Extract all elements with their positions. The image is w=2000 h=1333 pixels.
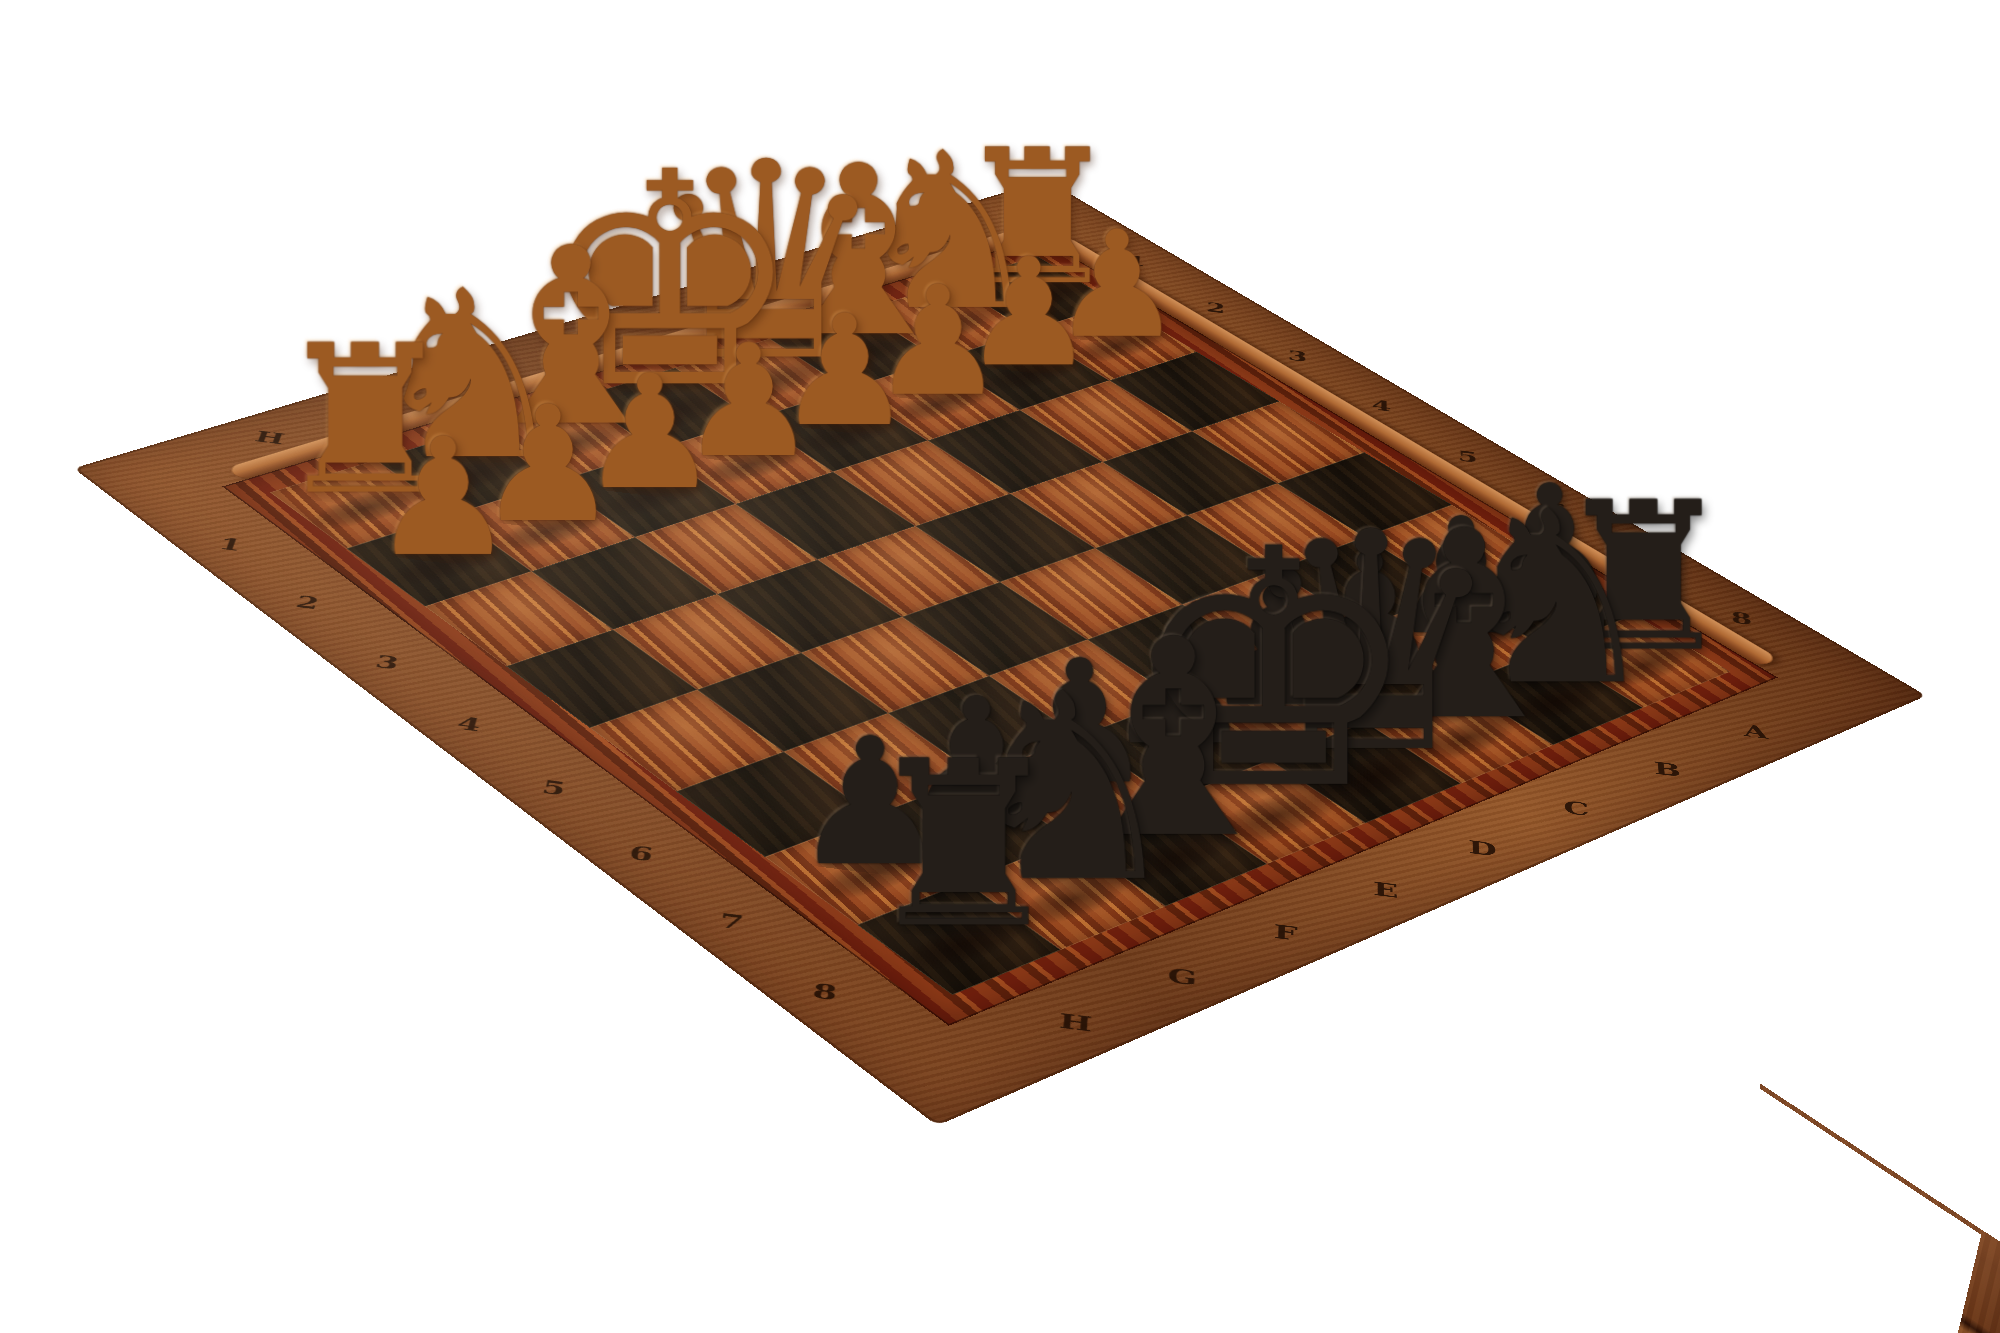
file-label-near-A: A	[1742, 721, 1770, 743]
square-e4[interactable]	[818, 526, 1000, 617]
rank-label-near-3: 3	[373, 651, 402, 673]
rank-label-near-8: 8	[811, 979, 840, 1005]
rank-label-near-1: 1	[216, 534, 245, 555]
rank-label-far-2: 2	[1206, 299, 1227, 316]
file-label-near-C: C	[1563, 797, 1591, 820]
file-label-near-E: E	[1373, 878, 1400, 902]
file-label-near-H: H	[1058, 1009, 1094, 1036]
white-pawn-icon: ♟	[370, 421, 516, 575]
rank-label-far-3: 3	[1288, 347, 1309, 365]
file-label-near-B: B	[1653, 758, 1683, 781]
chess-photo-canvas: ♜♞♝♚♛♝♞♜♟♟♟♟♟♟♟♟♟♟♟♟♟♟♟♟♜♞♝♚♛♝♞♜ HHGGFFE…	[0, 0, 2000, 1333]
rank-label-near-5: 5	[540, 776, 569, 800]
file-label-near-D: D	[1468, 836, 1498, 860]
file-label-near-G: G	[1167, 964, 1199, 990]
onyx-border-margin: ♜♞♝♚♛♝♞♜♟♟♟♟♟♟♟♟♟♟♟♟♟♟♟♟♜♞♝♚♛♝♞♜	[222, 237, 1777, 1025]
file-label-near-F: F	[1273, 920, 1299, 945]
chess-board: ♜♞♝♚♛♝♞♜♟♟♟♟♟♟♟♟♟♟♟♟♟♟♟♟♜♞♝♚♛♝♞♜	[270, 256, 1730, 995]
rank-label-near-2: 2	[293, 592, 322, 613]
board-top-face: ♜♞♝♚♛♝♞♜♟♟♟♟♟♟♟♟♟♟♟♟♟♟♟♟♜♞♝♚♛♝♞♜ HHGGFFE…	[74, 180, 1927, 1126]
rank-label-near-4: 4	[455, 713, 484, 736]
black-rook-icon: ♜	[861, 737, 1066, 954]
rank-label-near-6: 6	[627, 841, 656, 865]
box-foot	[1552, 1181, 1660, 1279]
chess-set-scene: ♜♞♝♚♛♝♞♜♟♟♟♟♟♟♟♟♟♟♟♟♟♟♟♟♜♞♝♚♛♝♞♜ HHGGFFE…	[0, 0, 2000, 1333]
square-h8[interactable]: ♜	[857, 882, 1060, 995]
rank-label-far-4: 4	[1371, 397, 1392, 415]
rank-label-near-7: 7	[718, 909, 747, 934]
